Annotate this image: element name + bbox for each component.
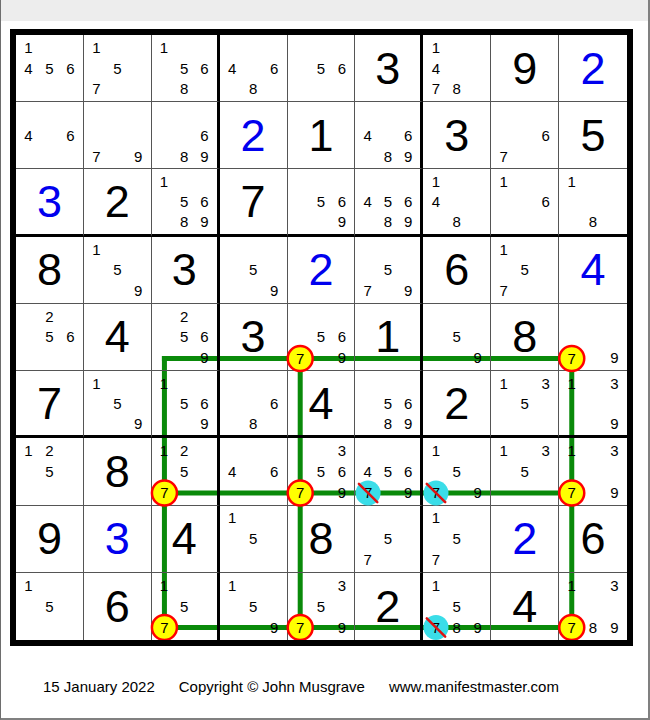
candidate-5: 5 — [311, 596, 332, 617]
candidate-7: 7 — [425, 549, 446, 570]
cell-r4c2: 159 — [84, 237, 152, 304]
candidate-6: 6 — [331, 58, 352, 79]
candidate-1: 1 — [425, 508, 446, 529]
cell-r4c6: 579 — [355, 237, 423, 304]
cell-r9c7: 1589 — [423, 573, 491, 640]
candidate-5: 5 — [378, 192, 398, 212]
candidate-4: 4 — [357, 192, 377, 212]
cell-r6c7: 2 — [423, 371, 491, 438]
cell-r7c4: 46 — [220, 438, 288, 505]
candidate-6: 6 — [194, 327, 214, 348]
cell-r6c6: 5689 — [355, 371, 423, 438]
candidate-1: 1 — [561, 171, 582, 191]
solved-digit: 8 — [491, 304, 558, 370]
solved-digit: 3 — [355, 35, 420, 101]
cell-r5c9: 9 — [559, 304, 627, 371]
candidate-7: 7 — [493, 280, 514, 301]
candidate-1: 1 — [86, 37, 107, 58]
cell-r9c1: 15 — [16, 573, 84, 640]
candidate-7: 7 — [86, 146, 107, 167]
cell-r2c6: 4689 — [355, 102, 423, 169]
cell-r7c6: 4569 — [355, 438, 423, 505]
candidate-9: 9 — [331, 212, 352, 232]
solved-digit: 2 — [84, 169, 151, 233]
cell-r3c3: 15689 — [152, 169, 220, 236]
candidate-4: 4 — [357, 125, 377, 146]
candidate-6: 6 — [264, 58, 285, 79]
candidate-8: 8 — [174, 146, 194, 167]
cell-r5c1: 256 — [16, 304, 84, 371]
candidate-6: 6 — [60, 125, 81, 146]
cell-r8c2: 3 — [84, 506, 152, 573]
candidate-5: 5 — [446, 327, 467, 348]
candidate-6: 6 — [60, 58, 81, 79]
candidate-6: 6 — [264, 393, 285, 413]
candidate-9: 9 — [467, 482, 488, 503]
solved-digit: 2 — [355, 573, 420, 640]
candidate-9: 9 — [128, 146, 149, 167]
cell-r6c8: 135 — [491, 371, 559, 438]
solved-digit: 4 — [559, 237, 627, 303]
solved-digit: 3 — [423, 102, 490, 168]
cell-r6c2: 159 — [84, 371, 152, 438]
candidate-4: 4 — [222, 58, 243, 79]
candidate-1: 1 — [86, 239, 107, 260]
footer: 15 January 2022 Copyright © John Musgrav… — [43, 678, 559, 695]
candidate-5: 5 — [311, 327, 332, 348]
cell-r3c2: 2 — [84, 169, 152, 236]
cell-r7c7: 159 — [423, 438, 491, 505]
candidate-1: 1 — [154, 37, 174, 58]
solved-digit: 2 — [220, 102, 287, 168]
cell-r5c8: 8 — [491, 304, 559, 371]
solved-digit: 8 — [288, 506, 355, 572]
cell-r2c7: 3 — [423, 102, 491, 169]
candidate-3: 3 — [331, 440, 352, 461]
cell-r1c5: 56 — [288, 35, 356, 102]
cell-r2c5: 1 — [288, 102, 356, 169]
cell-r6c9: 139 — [559, 371, 627, 438]
cell-r9c6: 2 — [355, 573, 423, 640]
candidate-5: 5 — [311, 58, 332, 79]
candidate-5: 5 — [174, 596, 194, 617]
candidate-9: 9 — [398, 413, 418, 433]
solved-digit: 8 — [16, 237, 83, 303]
solved-digit: 3 — [220, 304, 287, 370]
solved-digit: 9 — [491, 35, 558, 101]
candidate-5: 5 — [514, 461, 535, 482]
candidate-3: 3 — [604, 575, 625, 596]
candidate-1: 1 — [18, 440, 39, 461]
cell-r5c2: 4 — [84, 304, 152, 371]
candidate-5: 5 — [39, 58, 60, 79]
page: 1456157156846856314789246796892146893675… — [0, 0, 650, 720]
candidate-6: 6 — [331, 327, 352, 348]
candidate-9: 9 — [604, 413, 625, 433]
solved-digit: 1 — [355, 304, 420, 370]
candidate-1: 1 — [561, 575, 582, 596]
cell-r4c8: 157 — [491, 237, 559, 304]
candidate-6: 6 — [535, 125, 556, 146]
solved-digit: 2 — [288, 237, 355, 303]
candidate-6: 6 — [60, 327, 81, 348]
cell-r8c3: 4 — [152, 506, 220, 573]
cell-r8c5: 8 — [288, 506, 356, 573]
candidate-2: 2 — [174, 306, 194, 327]
cell-r1c8: 9 — [491, 35, 559, 102]
candidate-5: 5 — [174, 327, 194, 348]
candidate-5: 5 — [243, 596, 264, 617]
candidate-1: 1 — [154, 373, 174, 393]
candidate-5: 5 — [174, 393, 194, 413]
cell-r9c8: 4 — [491, 573, 559, 640]
candidate-7: 7 — [357, 280, 377, 301]
candidate-5: 5 — [514, 259, 535, 280]
candidate-5: 5 — [174, 461, 194, 482]
candidate-3: 3 — [331, 575, 352, 596]
solved-digit: 4 — [84, 304, 151, 370]
candidate-8: 8 — [446, 212, 467, 232]
window-top-strip — [1, 0, 648, 21]
candidate-8: 8 — [446, 617, 467, 638]
candidate-3: 3 — [535, 440, 556, 461]
cell-r2c4: 2 — [220, 102, 288, 169]
candidate-9: 9 — [331, 482, 352, 503]
candidate-6: 6 — [331, 461, 352, 482]
candidate-9: 9 — [604, 347, 625, 368]
candidate-2: 2 — [39, 440, 60, 461]
cell-r9c4: 159 — [220, 573, 288, 640]
candidate-9: 9 — [398, 482, 418, 503]
candidate-8: 8 — [446, 78, 467, 99]
candidate-1: 1 — [18, 575, 39, 596]
cell-r1c2: 157 — [84, 35, 152, 102]
candidate-9: 9 — [604, 482, 625, 503]
candidate-1: 1 — [493, 239, 514, 260]
cell-r7c2: 8 — [84, 438, 152, 505]
candidate-6: 6 — [398, 461, 418, 482]
candidate-8: 8 — [378, 413, 398, 433]
cell-r4c5: 2 — [288, 237, 356, 304]
cell-r6c4: 68 — [220, 371, 288, 438]
cell-r5c5: 569 — [288, 304, 356, 371]
candidate-2: 2 — [174, 440, 194, 461]
candidate-5: 5 — [243, 528, 264, 549]
candidate-4: 4 — [425, 58, 446, 79]
solved-digit: 5 — [559, 102, 627, 168]
cell-r4c1: 8 — [16, 237, 84, 304]
candidate-7: 7 — [86, 78, 107, 99]
candidate-5: 5 — [174, 58, 194, 79]
cell-r8c9: 6 — [559, 506, 627, 573]
candidate-8: 8 — [174, 78, 194, 99]
candidate-5: 5 — [243, 259, 264, 280]
candidate-1: 1 — [425, 171, 446, 191]
candidate-1: 1 — [154, 171, 174, 191]
candidate-5: 5 — [378, 259, 398, 280]
cell-r6c3: 1569 — [152, 371, 220, 438]
cell-r3c5: 569 — [288, 169, 356, 236]
candidate-6: 6 — [264, 461, 285, 482]
cell-r2c8: 67 — [491, 102, 559, 169]
candidate-1: 1 — [154, 440, 174, 461]
cell-r9c9: 1389 — [559, 573, 627, 640]
candidate-9: 9 — [194, 413, 214, 433]
candidate-9: 9 — [398, 280, 418, 301]
candidate-3: 3 — [604, 440, 625, 461]
candidate-5: 5 — [446, 528, 467, 549]
cell-r9c2: 6 — [84, 573, 152, 640]
candidate-9: 9 — [398, 146, 418, 167]
candidate-8: 8 — [174, 212, 194, 232]
candidate-8: 8 — [243, 78, 264, 99]
solved-digit: 7 — [16, 371, 83, 435]
candidate-9: 9 — [194, 146, 214, 167]
cell-r8c8: 2 — [491, 506, 559, 573]
cell-r7c1: 125 — [16, 438, 84, 505]
cell-r3c4: 7 — [220, 169, 288, 236]
solved-digit: 3 — [16, 169, 83, 233]
cell-r2c2: 79 — [84, 102, 152, 169]
footer-date: 15 January 2022 — [43, 678, 155, 695]
cell-r7c8: 135 — [491, 438, 559, 505]
candidate-6: 6 — [194, 58, 214, 79]
candidate-1: 1 — [493, 440, 514, 461]
candidate-6: 6 — [398, 393, 418, 413]
candidate-5: 5 — [514, 393, 535, 413]
candidate-9: 9 — [467, 347, 488, 368]
solved-digit: 7 — [220, 169, 287, 233]
candidate-1: 1 — [86, 373, 107, 393]
candidate-9: 9 — [264, 617, 285, 638]
candidate-1: 1 — [561, 440, 582, 461]
solved-digit: 3 — [84, 506, 151, 572]
candidate-5: 5 — [378, 461, 398, 482]
candidate-6: 6 — [194, 393, 214, 413]
candidate-5: 5 — [39, 461, 60, 482]
candidate-6: 6 — [398, 192, 418, 212]
solved-digit: 4 — [491, 573, 558, 640]
candidate-1: 1 — [222, 575, 243, 596]
candidate-5: 5 — [446, 596, 467, 617]
cell-r5c7: 59 — [423, 304, 491, 371]
candidate-8: 8 — [582, 617, 603, 638]
cell-r4c9: 4 — [559, 237, 627, 304]
candidate-5: 5 — [311, 192, 332, 212]
cell-r5c6: 1 — [355, 304, 423, 371]
candidate-4: 4 — [18, 125, 39, 146]
cell-r1c1: 1456 — [16, 35, 84, 102]
cell-r7c5: 3569 — [288, 438, 356, 505]
cell-r5c4: 3 — [220, 304, 288, 371]
candidate-1: 1 — [222, 508, 243, 529]
cell-r7c3: 125 — [152, 438, 220, 505]
cell-r2c3: 689 — [152, 102, 220, 169]
candidate-9: 9 — [604, 617, 625, 638]
candidate-4: 4 — [222, 461, 243, 482]
footer-website: www.manifestmaster.com — [389, 678, 559, 695]
candidate-1: 1 — [493, 171, 514, 191]
candidate-9: 9 — [331, 347, 352, 368]
cell-r2c1: 46 — [16, 102, 84, 169]
candidate-7: 7 — [357, 549, 377, 570]
footer-copyright: Copyright © John Musgrave — [179, 678, 365, 695]
cell-r3c1: 3 — [16, 169, 84, 236]
cell-r6c5: 4 — [288, 371, 356, 438]
cell-r4c3: 3 — [152, 237, 220, 304]
candidate-8: 8 — [243, 413, 264, 433]
candidate-4: 4 — [18, 58, 39, 79]
candidate-5: 5 — [446, 461, 467, 482]
solved-digit: 2 — [423, 371, 490, 435]
candidate-7: 7 — [493, 146, 514, 167]
cell-r5c3: 2569 — [152, 304, 220, 371]
candidate-6: 6 — [331, 192, 352, 212]
candidate-6: 6 — [194, 192, 214, 212]
candidate-9: 9 — [194, 212, 214, 232]
solved-digit: 2 — [559, 35, 627, 101]
cell-r1c4: 468 — [220, 35, 288, 102]
candidate-5: 5 — [378, 393, 398, 413]
candidate-1: 1 — [425, 575, 446, 596]
cell-r1c3: 1568 — [152, 35, 220, 102]
candidate-4: 4 — [357, 461, 377, 482]
cell-r8c1: 9 — [16, 506, 84, 573]
solved-digit: 4 — [288, 371, 355, 435]
candidate-8: 8 — [378, 212, 398, 232]
cell-r2c9: 5 — [559, 102, 627, 169]
cell-r1c6: 3 — [355, 35, 423, 102]
cell-r8c7: 157 — [423, 506, 491, 573]
cell-r9c3: 15 — [152, 573, 220, 640]
solved-digit: 4 — [152, 506, 217, 572]
cell-r1c7: 1478 — [423, 35, 491, 102]
candidate-5: 5 — [107, 393, 128, 413]
solved-digit: 6 — [559, 506, 627, 572]
candidate-1: 1 — [425, 37, 446, 58]
candidate-1: 1 — [561, 373, 582, 393]
cell-r3c9: 18 — [559, 169, 627, 236]
candidate-3: 3 — [535, 373, 556, 393]
candidate-8: 8 — [582, 212, 603, 232]
candidate-9: 9 — [194, 347, 214, 368]
candidate-1: 1 — [493, 373, 514, 393]
candidate-9: 9 — [128, 280, 149, 301]
candidate-9: 9 — [467, 617, 488, 638]
solved-digit: 6 — [423, 237, 490, 303]
solved-digit: 3 — [152, 237, 217, 303]
candidate-8: 8 — [378, 146, 398, 167]
candidate-5: 5 — [39, 327, 60, 348]
cell-r1c9: 2 — [559, 35, 627, 102]
candidate-7: 7 — [425, 78, 446, 99]
candidate-4: 4 — [425, 192, 446, 212]
candidate-5: 5 — [107, 58, 128, 79]
candidate-1: 1 — [18, 37, 39, 58]
solved-digit: 1 — [288, 102, 355, 168]
cell-r9c5: 359 — [288, 573, 356, 640]
candidate-5: 5 — [311, 461, 332, 482]
cell-r4c4: 59 — [220, 237, 288, 304]
candidate-2: 2 — [39, 306, 60, 327]
candidate-5: 5 — [174, 192, 194, 212]
cell-r7c9: 139 — [559, 438, 627, 505]
cell-r8c4: 15 — [220, 506, 288, 573]
candidate-9: 9 — [128, 413, 149, 433]
candidate-6: 6 — [535, 192, 556, 212]
cell-r6c1: 7 — [16, 371, 84, 438]
solved-digit: 6 — [84, 573, 151, 640]
solved-digit: 2 — [491, 506, 558, 572]
candidate-3: 3 — [604, 373, 625, 393]
solved-digit: 8 — [84, 438, 151, 504]
candidate-9: 9 — [264, 280, 285, 301]
cell-r3c8: 16 — [491, 169, 559, 236]
candidate-1: 1 — [154, 575, 174, 596]
candidate-9: 9 — [398, 212, 418, 232]
sudoku-board: 1456157156846856314789246796892146893675… — [10, 29, 633, 646]
cell-r3c6: 45689 — [355, 169, 423, 236]
candidate-9: 9 — [331, 617, 352, 638]
solved-digit: 9 — [16, 506, 83, 572]
cell-r3c7: 148 — [423, 169, 491, 236]
candidate-6: 6 — [398, 125, 418, 146]
candidate-5: 5 — [107, 259, 128, 280]
candidate-5: 5 — [378, 528, 398, 549]
cell-r8c6: 57 — [355, 506, 423, 573]
candidate-6: 6 — [194, 125, 214, 146]
candidate-1: 1 — [425, 440, 446, 461]
candidate-5: 5 — [39, 596, 60, 617]
cell-r4c7: 6 — [423, 237, 491, 304]
